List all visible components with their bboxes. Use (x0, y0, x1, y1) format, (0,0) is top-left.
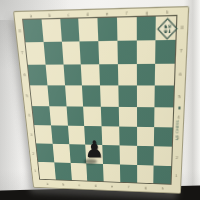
coord-label: 7 (177, 39, 185, 63)
square-g2 (137, 146, 155, 165)
square-c1 (70, 163, 87, 181)
chessboard: abcdefgh abcdefgh 87654321 87654321 ♞♛ ♚… (13, 6, 189, 194)
coord-label: 1 (173, 167, 180, 186)
coord-label: d (78, 10, 98, 16)
square-d5 (82, 86, 101, 107)
coord-label: f (117, 9, 137, 16)
square-h5 (155, 86, 174, 107)
square-b5 (47, 85, 66, 105)
logo-pieces-icon: ♞♛ ♚♝ (161, 24, 172, 34)
square-e3 (102, 126, 120, 146)
coord-label: 5 (176, 85, 183, 107)
square-d4 (83, 106, 101, 126)
square-c4 (66, 106, 84, 126)
square-d8 (78, 18, 98, 42)
black-pawn: ♟ (85, 138, 104, 161)
coord-label: h (157, 8, 178, 15)
square-b1 (54, 162, 71, 180)
square-g6 (136, 64, 155, 86)
coord-label: 8 (178, 15, 186, 40)
coord-label: 6 (177, 63, 184, 86)
square-b3 (51, 125, 69, 144)
coord-label: a (39, 181, 55, 186)
square-h2 (154, 146, 172, 165)
square-f1 (120, 164, 137, 182)
square-g8 (136, 17, 156, 41)
square-g7 (136, 41, 155, 64)
square-c7 (61, 42, 81, 64)
square-e6 (99, 64, 118, 86)
square-b6 (45, 64, 64, 85)
coord-label: e (97, 10, 117, 16)
coord-label: f (120, 185, 137, 190)
brand-logo-dot (178, 106, 181, 109)
square-a3 (34, 125, 52, 144)
square-h7 (155, 40, 175, 63)
square-g3 (137, 127, 155, 147)
square-c3 (67, 126, 85, 145)
square-f7 (117, 41, 136, 64)
square-b2 (52, 144, 70, 163)
square-d7 (80, 42, 99, 65)
square-a8 (23, 19, 43, 42)
coord-label: g (137, 9, 157, 16)
coord-label: g (137, 185, 154, 190)
coord-label: c (71, 183, 87, 188)
square-f2 (119, 146, 136, 165)
square-c6 (63, 64, 82, 85)
square-e4 (101, 106, 119, 126)
square-e1 (103, 164, 120, 182)
square-c5 (65, 86, 84, 107)
square-e8 (97, 18, 117, 42)
square-f5 (118, 86, 136, 107)
square-b4 (49, 106, 67, 126)
square-h3 (154, 127, 172, 147)
square-f6 (118, 64, 137, 86)
square-e5 (100, 86, 119, 107)
square-a4 (32, 106, 51, 126)
square-e7 (98, 41, 117, 64)
photo-scene: abcdefgh abcdefgh 87654321 87654321 ♞♛ ♚… (0, 0, 200, 200)
square-b8 (41, 19, 61, 42)
square-h1 (154, 165, 172, 184)
square-e2 (102, 145, 119, 164)
square-g4 (136, 107, 154, 127)
square-a6 (28, 64, 47, 85)
coord-label: a (21, 12, 40, 18)
square-g5 (136, 86, 155, 107)
square-a2 (36, 144, 54, 162)
square-h4 (154, 107, 173, 128)
coord-label: e (104, 184, 121, 189)
coord-label: b (55, 182, 71, 187)
square-d1 (86, 163, 103, 181)
square-d6 (81, 64, 100, 86)
square-f4 (119, 106, 137, 126)
brand-text: US CHESS (174, 110, 182, 149)
square-h6 (155, 63, 175, 85)
coord-label: d (87, 183, 104, 188)
square-g1 (137, 165, 154, 184)
coord-label: b (40, 11, 59, 17)
square-f3 (119, 126, 137, 146)
square-b7 (43, 42, 63, 64)
square-f8 (117, 17, 137, 41)
square-a7 (26, 42, 46, 64)
coord-label: h (154, 186, 171, 191)
square-a5 (30, 85, 49, 105)
coord-label: 2 (174, 147, 181, 166)
square-a1 (38, 162, 55, 180)
square-c8 (60, 19, 80, 43)
coord-label: c (59, 11, 78, 17)
